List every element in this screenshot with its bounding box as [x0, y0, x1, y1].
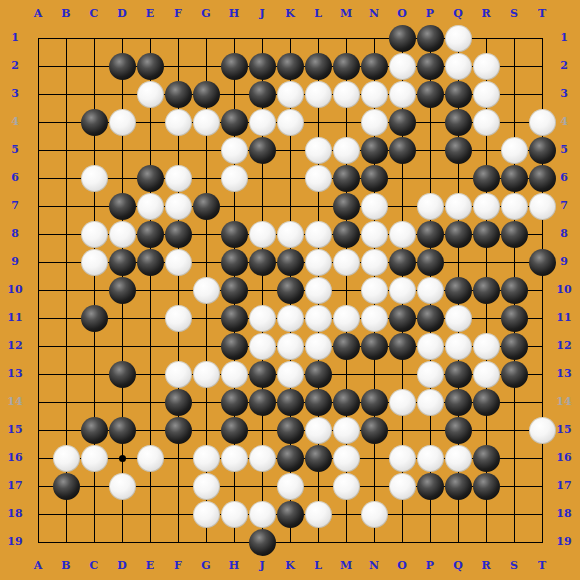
column-label-bottom: O — [392, 559, 412, 573]
stone-white-H6[interactable] — [221, 165, 248, 192]
stone-white-K11[interactable] — [277, 305, 304, 332]
row-label-right: 2 — [554, 59, 574, 73]
row-label-right: 15 — [554, 423, 574, 437]
stone-white-C6[interactable] — [81, 165, 108, 192]
stone-white-R4[interactable] — [473, 109, 500, 136]
stone-white-M5[interactable] — [333, 137, 360, 164]
stone-white-L3[interactable] — [305, 81, 332, 108]
stone-white-T7[interactable] — [529, 193, 556, 220]
stone-white-N7[interactable] — [361, 193, 388, 220]
column-label-top: O — [392, 7, 412, 21]
stone-black-Q4[interactable] — [445, 109, 472, 136]
stone-white-G17[interactable] — [193, 473, 220, 500]
stone-black-D13[interactable] — [109, 361, 136, 388]
row-label-right: 9 — [554, 255, 574, 269]
stone-black-L13[interactable] — [305, 361, 332, 388]
row-label-left: 18 — [5, 507, 25, 521]
stone-black-J3[interactable] — [249, 81, 276, 108]
column-label-top: P — [420, 7, 440, 21]
stone-black-K16[interactable] — [277, 445, 304, 472]
stone-white-O2[interactable] — [389, 53, 416, 80]
stone-white-F4[interactable] — [165, 109, 192, 136]
stone-black-Q17[interactable] — [445, 473, 472, 500]
stone-black-P11[interactable] — [417, 305, 444, 332]
row-label-left: 9 — [5, 255, 25, 269]
column-label-top: R — [476, 7, 496, 21]
column-label-bottom: M — [336, 559, 356, 573]
stone-white-R13[interactable] — [473, 361, 500, 388]
stone-black-Q10[interactable] — [445, 277, 472, 304]
stone-black-F15[interactable] — [165, 417, 192, 444]
column-label-bottom: J — [252, 559, 272, 573]
row-label-right: 13 — [554, 367, 574, 381]
row-label-left: 15 — [5, 423, 25, 437]
row-label-left: 7 — [5, 199, 25, 213]
stone-black-J5[interactable] — [249, 137, 276, 164]
row-label-right: 18 — [554, 507, 574, 521]
stone-white-L12[interactable] — [305, 333, 332, 360]
stone-white-M16[interactable] — [333, 445, 360, 472]
stone-white-N18[interactable] — [361, 501, 388, 528]
stone-white-Q11[interactable] — [445, 305, 472, 332]
stone-white-Q1[interactable] — [445, 25, 472, 52]
stone-white-K17[interactable] — [277, 473, 304, 500]
stone-black-R16[interactable] — [473, 445, 500, 472]
stone-white-F9[interactable] — [165, 249, 192, 276]
stone-black-F14[interactable] — [165, 389, 192, 416]
stone-black-K2[interactable] — [277, 53, 304, 80]
stone-black-M2[interactable] — [333, 53, 360, 80]
row-label-right: 16 — [554, 451, 574, 465]
stone-black-R17[interactable] — [473, 473, 500, 500]
stone-white-M9[interactable] — [333, 249, 360, 276]
stone-black-B17[interactable] — [53, 473, 80, 500]
column-label-bottom: C — [84, 559, 104, 573]
row-label-left: 1 — [5, 31, 25, 45]
stone-white-J18[interactable] — [249, 501, 276, 528]
stone-black-N6[interactable] — [361, 165, 388, 192]
stone-black-N14[interactable] — [361, 389, 388, 416]
stone-black-S10[interactable] — [501, 277, 528, 304]
stone-white-N8[interactable] — [361, 221, 388, 248]
stone-white-R3[interactable] — [473, 81, 500, 108]
stone-black-M7[interactable] — [333, 193, 360, 220]
stone-black-K18[interactable] — [277, 501, 304, 528]
stone-black-L16[interactable] — [305, 445, 332, 472]
row-label-right: 8 — [554, 227, 574, 241]
stone-white-B16[interactable] — [53, 445, 80, 472]
stone-black-N2[interactable] — [361, 53, 388, 80]
stone-white-N10[interactable] — [361, 277, 388, 304]
stone-white-L8[interactable] — [305, 221, 332, 248]
stone-black-J9[interactable] — [249, 249, 276, 276]
column-label-top: K — [280, 7, 300, 21]
column-label-top: F — [168, 7, 188, 21]
stone-white-K8[interactable] — [277, 221, 304, 248]
stone-white-J16[interactable] — [249, 445, 276, 472]
stone-black-R6[interactable] — [473, 165, 500, 192]
column-label-bottom: D — [112, 559, 132, 573]
row-label-left: 17 — [5, 479, 25, 493]
stone-white-H5[interactable] — [221, 137, 248, 164]
row-label-right: 1 — [554, 31, 574, 45]
stone-black-K15[interactable] — [277, 417, 304, 444]
stone-white-O8[interactable] — [389, 221, 416, 248]
stone-white-Q2[interactable] — [445, 53, 472, 80]
stone-white-O10[interactable] — [389, 277, 416, 304]
stone-white-E3[interactable] — [137, 81, 164, 108]
stone-black-M6[interactable] — [333, 165, 360, 192]
column-label-bottom: S — [504, 559, 524, 573]
stone-black-D15[interactable] — [109, 417, 136, 444]
stone-black-S8[interactable] — [501, 221, 528, 248]
row-label-right: 17 — [554, 479, 574, 493]
stone-white-O3[interactable] — [389, 81, 416, 108]
column-label-top: H — [224, 7, 244, 21]
stone-white-C16[interactable] — [81, 445, 108, 472]
row-label-left: 14 — [5, 395, 25, 409]
row-label-left: 4 — [5, 115, 25, 129]
stone-black-L14[interactable] — [305, 389, 332, 416]
stone-black-R8[interactable] — [473, 221, 500, 248]
row-label-left: 2 — [5, 59, 25, 73]
stone-black-D9[interactable] — [109, 249, 136, 276]
stone-black-N5[interactable] — [361, 137, 388, 164]
stone-black-S12[interactable] — [501, 333, 528, 360]
row-label-right: 10 — [554, 283, 574, 297]
stone-black-K9[interactable] — [277, 249, 304, 276]
column-label-top: G — [196, 7, 216, 21]
stone-black-P3[interactable] — [417, 81, 444, 108]
row-label-right: 3 — [554, 87, 574, 101]
column-label-bottom: R — [476, 559, 496, 573]
stone-black-J13[interactable] — [249, 361, 276, 388]
stone-white-H18[interactable] — [221, 501, 248, 528]
stone-black-T5[interactable] — [529, 137, 556, 164]
stone-black-Q5[interactable] — [445, 137, 472, 164]
stone-white-G13[interactable] — [193, 361, 220, 388]
row-label-left: 6 — [5, 171, 25, 185]
stone-white-G10[interactable] — [193, 277, 220, 304]
stone-white-C8[interactable] — [81, 221, 108, 248]
column-label-bottom: Q — [448, 559, 468, 573]
stone-black-E2[interactable] — [137, 53, 164, 80]
stone-black-O9[interactable] — [389, 249, 416, 276]
stone-white-T15[interactable] — [529, 417, 556, 444]
row-label-right: 7 — [554, 199, 574, 213]
stone-black-J14[interactable] — [249, 389, 276, 416]
stone-white-J8[interactable] — [249, 221, 276, 248]
stone-black-N12[interactable] — [361, 333, 388, 360]
stone-white-R7[interactable] — [473, 193, 500, 220]
stone-white-J12[interactable] — [249, 333, 276, 360]
stone-white-N9[interactable] — [361, 249, 388, 276]
stone-black-H11[interactable] — [221, 305, 248, 332]
row-label-left: 13 — [5, 367, 25, 381]
stone-black-P17[interactable] — [417, 473, 444, 500]
stone-white-E16[interactable] — [137, 445, 164, 472]
column-label-bottom: E — [140, 559, 160, 573]
stone-black-Q15[interactable] — [445, 417, 472, 444]
stone-white-L9[interactable] — [305, 249, 332, 276]
row-label-left: 10 — [5, 283, 25, 297]
stone-white-M11[interactable] — [333, 305, 360, 332]
stone-white-M17[interactable] — [333, 473, 360, 500]
stone-white-K12[interactable] — [277, 333, 304, 360]
stone-black-H10[interactable] — [221, 277, 248, 304]
column-label-bottom: F — [168, 559, 188, 573]
stone-white-K3[interactable] — [277, 81, 304, 108]
stone-white-F6[interactable] — [165, 165, 192, 192]
stone-black-P2[interactable] — [417, 53, 444, 80]
stone-black-D2[interactable] — [109, 53, 136, 80]
stone-black-O4[interactable] — [389, 109, 416, 136]
stone-white-T4[interactable] — [529, 109, 556, 136]
stone-black-T9[interactable] — [529, 249, 556, 276]
row-label-left: 8 — [5, 227, 25, 241]
stone-white-L5[interactable] — [305, 137, 332, 164]
stone-black-E6[interactable] — [137, 165, 164, 192]
stone-white-L18[interactable] — [305, 501, 332, 528]
column-label-top: C — [84, 7, 104, 21]
stone-black-M12[interactable] — [333, 333, 360, 360]
stone-black-H2[interactable] — [221, 53, 248, 80]
stone-white-D4[interactable] — [109, 109, 136, 136]
stone-black-G7[interactable] — [193, 193, 220, 220]
stone-white-Q16[interactable] — [445, 445, 472, 472]
stone-white-F13[interactable] — [165, 361, 192, 388]
stone-white-O17[interactable] — [389, 473, 416, 500]
go-app-window: AABBCCDDEEFFGGHHJJKKLLMMNNOOPPQQRRSSTT11… — [0, 0, 580, 580]
stone-black-O5[interactable] — [389, 137, 416, 164]
stone-white-O14[interactable] — [389, 389, 416, 416]
stone-black-O1[interactable] — [389, 25, 416, 52]
stone-black-S13[interactable] — [501, 361, 528, 388]
stone-black-Q13[interactable] — [445, 361, 472, 388]
stone-white-H16[interactable] — [221, 445, 248, 472]
stone-white-H13[interactable] — [221, 361, 248, 388]
stone-white-Q7[interactable] — [445, 193, 472, 220]
column-label-bottom: N — [364, 559, 384, 573]
stone-black-C11[interactable] — [81, 305, 108, 332]
column-label-top: E — [140, 7, 160, 21]
stone-black-K10[interactable] — [277, 277, 304, 304]
column-label-top: Q — [448, 7, 468, 21]
stone-black-H4[interactable] — [221, 109, 248, 136]
stone-white-M15[interactable] — [333, 417, 360, 444]
row-label-right: 4 — [554, 115, 574, 129]
stone-black-J2[interactable] — [249, 53, 276, 80]
column-label-bottom: G — [196, 559, 216, 573]
stone-white-N3[interactable] — [361, 81, 388, 108]
stone-black-H9[interactable] — [221, 249, 248, 276]
stone-black-S11[interactable] — [501, 305, 528, 332]
column-label-bottom: A — [28, 559, 48, 573]
stone-white-C9[interactable] — [81, 249, 108, 276]
column-label-top: M — [336, 7, 356, 21]
stone-white-F7[interactable] — [165, 193, 192, 220]
column-label-top: N — [364, 7, 384, 21]
column-label-top: J — [252, 7, 272, 21]
stone-white-N4[interactable] — [361, 109, 388, 136]
stone-white-P16[interactable] — [417, 445, 444, 472]
stone-white-S7[interactable] — [501, 193, 528, 220]
stone-white-G18[interactable] — [193, 501, 220, 528]
stone-black-S6[interactable] — [501, 165, 528, 192]
stone-black-R10[interactable] — [473, 277, 500, 304]
stone-black-F8[interactable] — [165, 221, 192, 248]
stone-black-M8[interactable] — [333, 221, 360, 248]
stone-black-Q3[interactable] — [445, 81, 472, 108]
stone-black-T6[interactable] — [529, 165, 556, 192]
column-label-bottom: K — [280, 559, 300, 573]
stone-white-P10[interactable] — [417, 277, 444, 304]
stone-black-D10[interactable] — [109, 277, 136, 304]
stone-black-N15[interactable] — [361, 417, 388, 444]
stone-white-O16[interactable] — [389, 445, 416, 472]
stone-black-P9[interactable] — [417, 249, 444, 276]
column-label-top: S — [504, 7, 524, 21]
stone-black-H12[interactable] — [221, 333, 248, 360]
stone-white-L15[interactable] — [305, 417, 332, 444]
row-label-left: 19 — [5, 535, 25, 549]
stone-white-P13[interactable] — [417, 361, 444, 388]
stone-white-G4[interactable] — [193, 109, 220, 136]
stone-black-D7[interactable] — [109, 193, 136, 220]
row-label-left: 3 — [5, 87, 25, 101]
row-label-right: 14 — [554, 395, 574, 409]
stone-black-O12[interactable] — [389, 333, 416, 360]
stone-black-Q8[interactable] — [445, 221, 472, 248]
column-label-bottom: T — [532, 559, 552, 573]
row-label-left: 12 — [5, 339, 25, 353]
stone-black-H14[interactable] — [221, 389, 248, 416]
stone-white-D17[interactable] — [109, 473, 136, 500]
stone-white-M3[interactable] — [333, 81, 360, 108]
stone-white-J4[interactable] — [249, 109, 276, 136]
stone-white-K4[interactable] — [277, 109, 304, 136]
stone-white-N11[interactable] — [361, 305, 388, 332]
stone-black-C15[interactable] — [81, 417, 108, 444]
column-label-top: T — [532, 7, 552, 21]
column-label-bottom: H — [224, 559, 244, 573]
column-label-bottom: L — [308, 559, 328, 573]
stone-black-M14[interactable] — [333, 389, 360, 416]
stone-white-K13[interactable] — [277, 361, 304, 388]
stone-black-G3[interactable] — [193, 81, 220, 108]
star-point — [119, 455, 126, 462]
column-label-bottom: P — [420, 559, 440, 573]
stone-white-E7[interactable] — [137, 193, 164, 220]
stone-black-J19[interactable] — [249, 529, 276, 556]
row-label-right: 5 — [554, 143, 574, 157]
stone-black-Q14[interactable] — [445, 389, 472, 416]
stone-white-R2[interactable] — [473, 53, 500, 80]
stone-black-F3[interactable] — [165, 81, 192, 108]
stone-black-K14[interactable] — [277, 389, 304, 416]
stone-white-P7[interactable] — [417, 193, 444, 220]
stone-black-H8[interactable] — [221, 221, 248, 248]
stone-white-P14[interactable] — [417, 389, 444, 416]
stone-white-L6[interactable] — [305, 165, 332, 192]
row-label-left: 5 — [5, 143, 25, 157]
stone-black-C4[interactable] — [81, 109, 108, 136]
stone-black-L2[interactable] — [305, 53, 332, 80]
row-label-left: 16 — [5, 451, 25, 465]
stone-black-R14[interactable] — [473, 389, 500, 416]
stone-black-H15[interactable] — [221, 417, 248, 444]
row-label-right: 6 — [554, 171, 574, 185]
stone-black-P8[interactable] — [417, 221, 444, 248]
stone-white-G16[interactable] — [193, 445, 220, 472]
column-label-top: A — [28, 7, 48, 21]
column-label-top: L — [308, 7, 328, 21]
column-label-top: B — [56, 7, 76, 21]
stone-white-L11[interactable] — [305, 305, 332, 332]
stone-black-E8[interactable] — [137, 221, 164, 248]
column-label-bottom: B — [56, 559, 76, 573]
stone-white-D8[interactable] — [109, 221, 136, 248]
row-label-left: 11 — [5, 311, 25, 325]
stone-white-L10[interactable] — [305, 277, 332, 304]
stone-black-O11[interactable] — [389, 305, 416, 332]
row-label-right: 12 — [554, 339, 574, 353]
stone-white-P12[interactable] — [417, 333, 444, 360]
stone-white-J11[interactable] — [249, 305, 276, 332]
row-label-right: 11 — [554, 311, 574, 325]
row-label-right: 19 — [554, 535, 574, 549]
stone-black-E9[interactable] — [137, 249, 164, 276]
stone-white-S5[interactable] — [501, 137, 528, 164]
stone-white-F11[interactable] — [165, 305, 192, 332]
stone-white-R12[interactable] — [473, 333, 500, 360]
stone-black-P1[interactable] — [417, 25, 444, 52]
column-label-top: D — [112, 7, 132, 21]
stone-white-Q12[interactable] — [445, 333, 472, 360]
